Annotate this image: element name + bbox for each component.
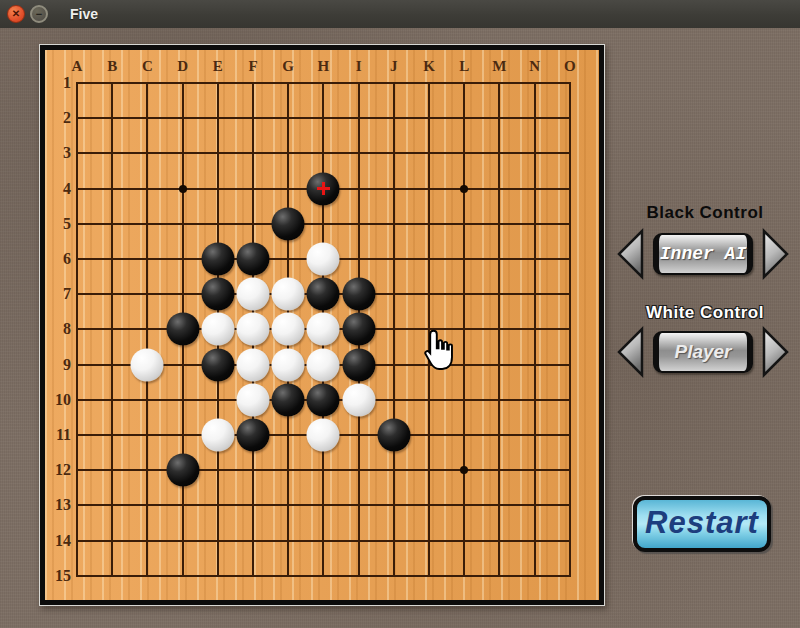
minimize-icon[interactable]: − — [30, 5, 48, 23]
row-label: 1 — [45, 74, 71, 92]
grid-line-vertical — [569, 82, 571, 577]
grid-line-vertical — [463, 82, 465, 577]
row-label: 4 — [45, 180, 71, 198]
restart-label: Restart — [645, 505, 759, 541]
row-label: 2 — [45, 109, 71, 127]
row-label: 5 — [45, 215, 71, 233]
black-control-label: Black Control — [613, 203, 797, 223]
star-point — [460, 466, 468, 474]
white-control-value-button[interactable]: Player — [653, 331, 753, 373]
star-point — [179, 185, 187, 193]
stone-white-G8 — [272, 313, 305, 346]
black-control-selector: Inner AI — [616, 228, 790, 280]
row-label: 14 — [45, 532, 71, 550]
column-label: C — [142, 57, 153, 75]
black-control-value-button[interactable]: Inner AI — [653, 233, 753, 275]
stone-black-G10 — [272, 383, 305, 416]
arrow-right-icon[interactable] — [761, 228, 790, 280]
titlebar: ✕ − Five — [0, 0, 800, 29]
stone-white-G7 — [272, 278, 305, 311]
stone-black-E7 — [201, 278, 234, 311]
stone-black-I8 — [342, 313, 375, 346]
grid-line-vertical — [534, 82, 536, 577]
white-control-label: White Control — [613, 303, 797, 323]
column-label: J — [390, 57, 398, 75]
column-label: F — [248, 57, 257, 75]
column-label: N — [529, 57, 540, 75]
white-control-selector: Player — [616, 326, 790, 378]
column-label: E — [213, 57, 223, 75]
grid-line-vertical — [428, 82, 430, 577]
column-label: G — [282, 57, 294, 75]
stone-white-H9 — [307, 348, 340, 381]
arrow-right-icon[interactable] — [761, 326, 790, 378]
stone-white-F7 — [237, 278, 270, 311]
stone-white-F10 — [237, 383, 270, 416]
grid-line-horizontal — [76, 540, 571, 542]
stone-black-F6 — [237, 243, 270, 276]
stone-black-D12 — [166, 454, 199, 487]
stone-black-H4 — [307, 172, 340, 205]
stone-black-F11 — [237, 419, 270, 452]
row-label: 11 — [45, 426, 71, 444]
row-label: 13 — [45, 496, 71, 514]
row-label: 7 — [45, 285, 71, 303]
game-board[interactable]: ABCDEFGHIJKLMNO123456789101112131415 — [39, 44, 605, 606]
column-label: K — [423, 57, 435, 75]
grid-line-vertical — [498, 82, 500, 577]
stone-white-F8 — [237, 313, 270, 346]
grid-line-vertical — [393, 82, 395, 577]
row-label: 6 — [45, 250, 71, 268]
stone-black-J11 — [377, 419, 410, 452]
stone-black-D8 — [166, 313, 199, 346]
column-label: O — [564, 57, 576, 75]
stone-black-H7 — [307, 278, 340, 311]
app-background: ABCDEFGHIJKLMNO123456789101112131415 Bla… — [0, 28, 800, 628]
last-move-marker — [317, 182, 330, 195]
row-label: 15 — [45, 567, 71, 585]
window-title: Five — [70, 6, 98, 22]
grid-line-horizontal — [76, 469, 571, 471]
column-label: D — [177, 57, 188, 75]
stone-white-C9 — [131, 348, 164, 381]
stone-black-E9 — [201, 348, 234, 381]
stone-white-I10 — [342, 383, 375, 416]
star-point — [460, 185, 468, 193]
column-label: A — [72, 57, 83, 75]
stone-white-H6 — [307, 243, 340, 276]
column-label: L — [459, 57, 469, 75]
stone-black-G5 — [272, 207, 305, 240]
board-wood[interactable]: ABCDEFGHIJKLMNO123456789101112131415 — [45, 50, 599, 600]
stone-white-H11 — [307, 419, 340, 452]
white-control-value: Player — [674, 341, 731, 363]
stone-black-I9 — [342, 348, 375, 381]
row-label: 12 — [45, 461, 71, 479]
column-label: H — [318, 57, 330, 75]
stone-black-I7 — [342, 278, 375, 311]
stone-white-E11 — [201, 419, 234, 452]
column-label: M — [492, 57, 506, 75]
row-label: 8 — [45, 320, 71, 338]
arrow-left-icon[interactable] — [616, 326, 645, 378]
black-control-value: Inner AI — [660, 244, 746, 264]
stone-black-H10 — [307, 383, 340, 416]
stone-black-E6 — [201, 243, 234, 276]
close-icon[interactable]: ✕ — [7, 5, 25, 23]
stone-white-G9 — [272, 348, 305, 381]
row-label: 9 — [45, 356, 71, 374]
stone-white-F9 — [237, 348, 270, 381]
restart-button[interactable]: Restart — [633, 496, 771, 552]
grid-line-horizontal — [76, 575, 571, 577]
column-label: I — [356, 57, 362, 75]
column-label: B — [107, 57, 117, 75]
row-label: 10 — [45, 391, 71, 409]
stone-white-E8 — [201, 313, 234, 346]
stone-white-H8 — [307, 313, 340, 346]
row-label: 3 — [45, 144, 71, 162]
grid-line-horizontal — [76, 504, 571, 506]
arrow-left-icon[interactable] — [616, 228, 645, 280]
